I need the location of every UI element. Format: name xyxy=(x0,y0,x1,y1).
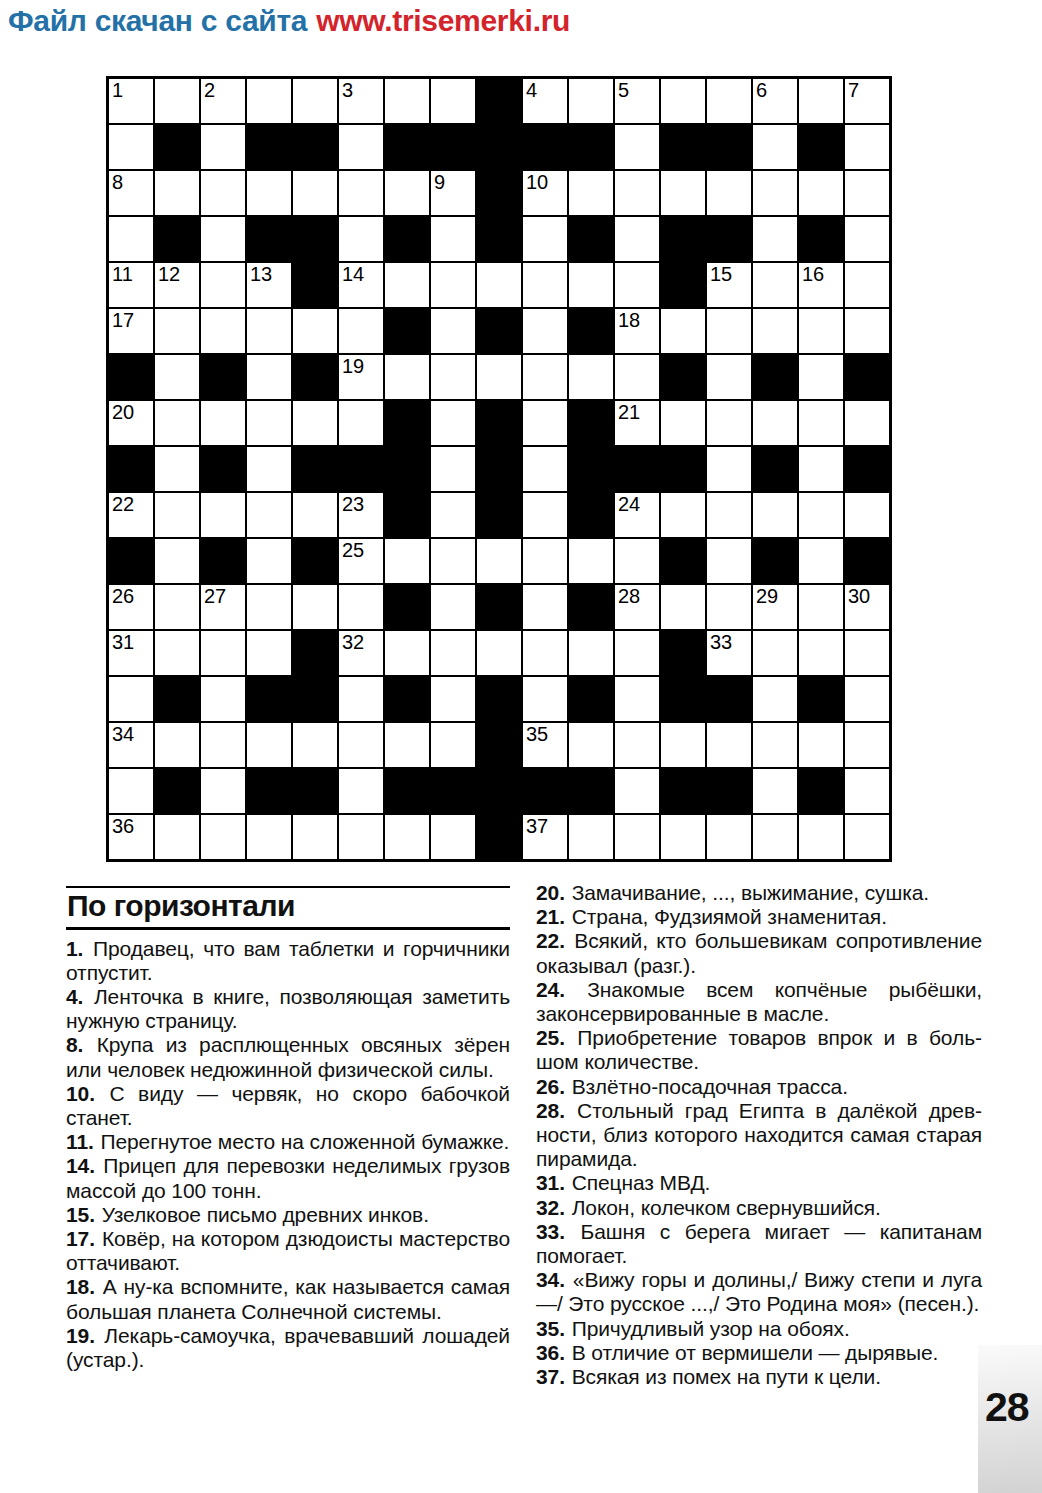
clue-number: 35. xyxy=(536,1317,566,1340)
white-cell[interactable]: 36 xyxy=(109,815,153,859)
white-cell[interactable] xyxy=(431,217,475,261)
black-cell xyxy=(569,585,613,629)
white-cell[interactable] xyxy=(845,493,889,537)
white-cell[interactable] xyxy=(661,585,705,629)
white-cell[interactable] xyxy=(707,815,751,859)
white-cell[interactable]: 22 xyxy=(109,493,153,537)
clue-11: 11. Перегнутое место на сложенной бу­маж… xyxy=(66,1130,510,1154)
black-cell xyxy=(569,769,613,813)
white-cell[interactable]: 20 xyxy=(109,401,153,445)
white-cell[interactable] xyxy=(339,815,383,859)
black-cell xyxy=(155,125,199,169)
white-cell[interactable]: 32 xyxy=(339,631,383,675)
white-cell[interactable]: 5 xyxy=(615,79,659,123)
white-cell[interactable] xyxy=(201,677,245,721)
white-cell[interactable] xyxy=(431,539,475,583)
white-cell[interactable] xyxy=(523,631,567,675)
clues-column-left: По горизонтали 1. Продавец, что вам табл… xyxy=(66,886,510,1372)
white-cell[interactable] xyxy=(293,815,337,859)
white-cell[interactable] xyxy=(753,493,797,537)
white-cell[interactable] xyxy=(293,585,337,629)
clue-35: 35. Причудливый узор на обоях. xyxy=(536,1317,982,1341)
white-cell[interactable]: 11 xyxy=(109,263,153,307)
black-cell xyxy=(569,125,613,169)
white-cell[interactable] xyxy=(523,447,567,491)
white-cell[interactable] xyxy=(523,493,567,537)
clue-number: 33. xyxy=(536,1220,566,1243)
white-cell[interactable] xyxy=(661,815,705,859)
white-cell[interactable] xyxy=(707,585,751,629)
cell-number: 12 xyxy=(158,264,180,284)
clue-36: 36. В отличие от вермишели — дырявые. xyxy=(536,1341,982,1365)
white-cell[interactable] xyxy=(523,263,567,307)
white-cell[interactable] xyxy=(753,723,797,767)
white-cell[interactable] xyxy=(201,171,245,215)
white-cell[interactable]: 4 xyxy=(523,79,567,123)
white-cell[interactable] xyxy=(661,79,705,123)
white-cell[interactable] xyxy=(385,815,429,859)
black-cell xyxy=(523,125,567,169)
white-cell[interactable] xyxy=(385,631,429,675)
cell-number: 15 xyxy=(710,264,732,284)
clue-33: 33. Башня с берега мигает — капитанам по… xyxy=(536,1220,982,1268)
white-cell[interactable] xyxy=(845,631,889,675)
white-cell[interactable] xyxy=(569,79,613,123)
white-cell[interactable] xyxy=(339,217,383,261)
black-cell xyxy=(477,493,521,537)
white-cell[interactable] xyxy=(339,401,383,445)
white-cell[interactable] xyxy=(247,171,291,215)
black-cell xyxy=(155,769,199,813)
white-cell[interactable] xyxy=(431,631,475,675)
white-cell[interactable] xyxy=(431,79,475,123)
white-cell[interactable] xyxy=(247,493,291,537)
black-cell xyxy=(845,355,889,399)
header-prefix-text: Файл скачан с сайта xyxy=(8,4,307,37)
white-cell[interactable] xyxy=(201,493,245,537)
white-cell[interactable] xyxy=(247,539,291,583)
white-cell[interactable] xyxy=(385,539,429,583)
clue-number: 17. xyxy=(66,1227,96,1250)
white-cell[interactable]: 19 xyxy=(339,355,383,399)
white-cell[interactable] xyxy=(615,723,659,767)
white-cell[interactable] xyxy=(293,723,337,767)
cell-number: 1 xyxy=(112,80,123,100)
white-cell[interactable] xyxy=(845,171,889,215)
white-cell[interactable]: 28 xyxy=(615,585,659,629)
white-cell[interactable] xyxy=(753,263,797,307)
clue-list-right: 20. Замачивание, ..., выжимание, сушка.2… xyxy=(536,881,982,1389)
white-cell[interactable]: 16 xyxy=(799,263,843,307)
white-cell[interactable] xyxy=(615,677,659,721)
white-cell[interactable] xyxy=(109,217,153,261)
white-cell[interactable] xyxy=(569,171,613,215)
white-cell[interactable] xyxy=(339,309,383,353)
white-cell[interactable]: 17 xyxy=(109,309,153,353)
white-cell[interactable]: 18 xyxy=(615,309,659,353)
clue-number: 28. xyxy=(536,1099,566,1122)
white-cell[interactable] xyxy=(799,309,843,353)
cell-number: 31 xyxy=(112,632,134,652)
black-cell xyxy=(293,263,337,307)
crossword-grid: 1234567891011121314151617181920212223242… xyxy=(106,76,892,862)
cell-number: 23 xyxy=(342,494,364,514)
cell-number: 33 xyxy=(710,632,732,652)
white-cell[interactable] xyxy=(431,401,475,445)
clue-number: 37. xyxy=(536,1365,566,1388)
clue-31: 31. Спецназ МВД. xyxy=(536,1171,982,1195)
clue-21: 21. Страна, Фудзиямой знаменитая. xyxy=(536,905,982,929)
white-cell[interactable] xyxy=(385,171,429,215)
clue-number: 24. xyxy=(536,978,566,1001)
white-cell[interactable] xyxy=(155,493,199,537)
white-cell[interactable] xyxy=(799,401,843,445)
black-cell xyxy=(615,447,659,491)
white-cell[interactable] xyxy=(569,723,613,767)
black-cell xyxy=(385,677,429,721)
black-cell xyxy=(293,125,337,169)
white-cell[interactable] xyxy=(799,355,843,399)
white-cell[interactable]: 23 xyxy=(339,493,383,537)
white-cell[interactable] xyxy=(431,493,475,537)
cell-number: 9 xyxy=(434,172,445,192)
white-cell[interactable] xyxy=(799,171,843,215)
cell-number: 16 xyxy=(802,264,824,284)
white-cell[interactable] xyxy=(155,171,199,215)
cell-number: 11 xyxy=(112,264,133,284)
black-cell xyxy=(477,79,521,123)
white-cell[interactable] xyxy=(707,447,751,491)
white-cell[interactable] xyxy=(477,355,521,399)
white-cell[interactable] xyxy=(615,355,659,399)
white-cell[interactable] xyxy=(523,677,567,721)
white-cell[interactable] xyxy=(293,171,337,215)
white-cell[interactable] xyxy=(661,401,705,445)
black-cell xyxy=(247,677,291,721)
white-cell[interactable] xyxy=(845,723,889,767)
white-cell[interactable] xyxy=(477,539,521,583)
white-cell[interactable] xyxy=(247,815,291,859)
white-cell[interactable] xyxy=(201,263,245,307)
white-cell[interactable] xyxy=(523,217,567,261)
white-cell[interactable] xyxy=(845,815,889,859)
white-cell[interactable] xyxy=(615,539,659,583)
black-cell xyxy=(477,447,521,491)
white-cell[interactable] xyxy=(247,309,291,353)
black-cell xyxy=(799,769,843,813)
cell-number: 21 xyxy=(618,402,640,422)
white-cell[interactable] xyxy=(707,723,751,767)
white-cell[interactable] xyxy=(293,401,337,445)
black-cell xyxy=(477,125,521,169)
black-cell xyxy=(247,217,291,261)
white-cell[interactable] xyxy=(615,263,659,307)
black-cell xyxy=(477,769,521,813)
black-cell xyxy=(661,263,705,307)
white-cell[interactable] xyxy=(753,217,797,261)
white-cell[interactable] xyxy=(247,355,291,399)
white-cell[interactable]: 24 xyxy=(615,493,659,537)
white-cell[interactable] xyxy=(845,769,889,813)
white-cell[interactable] xyxy=(615,815,659,859)
white-cell[interactable] xyxy=(615,171,659,215)
white-cell[interactable] xyxy=(339,585,383,629)
clue-number: 21. xyxy=(536,905,566,928)
white-cell[interactable] xyxy=(661,723,705,767)
white-cell[interactable] xyxy=(799,447,843,491)
cell-number: 24 xyxy=(618,494,640,514)
clue-number: 8. xyxy=(66,1033,84,1056)
white-cell[interactable] xyxy=(201,125,245,169)
white-cell[interactable] xyxy=(753,631,797,675)
black-cell xyxy=(799,125,843,169)
white-cell[interactable] xyxy=(799,539,843,583)
white-cell[interactable] xyxy=(477,263,521,307)
black-cell xyxy=(293,539,337,583)
white-cell[interactable] xyxy=(799,723,843,767)
white-cell[interactable]: 25 xyxy=(339,539,383,583)
clue-28: 28. Стольный град Египта в далёкой древ­… xyxy=(536,1099,982,1172)
white-cell[interactable] xyxy=(707,79,751,123)
white-cell[interactable] xyxy=(431,677,475,721)
white-cell[interactable] xyxy=(201,815,245,859)
white-cell[interactable] xyxy=(155,631,199,675)
white-cell[interactable] xyxy=(339,723,383,767)
white-cell[interactable]: 9 xyxy=(431,171,475,215)
black-cell xyxy=(201,447,245,491)
cell-number: 7 xyxy=(848,80,859,100)
white-cell[interactable] xyxy=(155,401,199,445)
white-cell[interactable] xyxy=(707,171,751,215)
black-cell xyxy=(707,769,751,813)
white-cell[interactable] xyxy=(247,79,291,123)
black-cell xyxy=(523,769,567,813)
white-cell[interactable]: 13 xyxy=(247,263,291,307)
white-cell[interactable] xyxy=(431,263,475,307)
white-cell[interactable] xyxy=(753,171,797,215)
white-cell[interactable] xyxy=(385,355,429,399)
white-cell[interactable] xyxy=(339,171,383,215)
white-cell[interactable] xyxy=(799,79,843,123)
clue-number: 36. xyxy=(536,1341,566,1364)
white-cell[interactable] xyxy=(615,217,659,261)
white-cell[interactable] xyxy=(707,401,751,445)
white-cell[interactable] xyxy=(385,263,429,307)
black-cell xyxy=(799,217,843,261)
white-cell[interactable] xyxy=(339,677,383,721)
white-cell[interactable] xyxy=(247,723,291,767)
white-cell[interactable] xyxy=(155,447,199,491)
white-cell[interactable]: 31 xyxy=(109,631,153,675)
white-cell[interactable] xyxy=(247,631,291,675)
black-cell xyxy=(201,539,245,583)
white-cell[interactable] xyxy=(799,631,843,675)
white-cell[interactable] xyxy=(201,309,245,353)
white-cell[interactable] xyxy=(293,309,337,353)
white-cell[interactable] xyxy=(339,125,383,169)
white-cell[interactable]: 26 xyxy=(109,585,153,629)
white-cell[interactable] xyxy=(477,631,521,675)
white-cell[interactable] xyxy=(155,79,199,123)
white-cell[interactable]: 8 xyxy=(109,171,153,215)
white-cell[interactable] xyxy=(799,493,843,537)
white-cell[interactable] xyxy=(753,401,797,445)
white-cell[interactable] xyxy=(431,815,475,859)
white-cell[interactable] xyxy=(109,677,153,721)
clue-25: 25. Приобретение товаров впрок и в боль­… xyxy=(536,1026,982,1074)
white-cell[interactable] xyxy=(661,309,705,353)
cell-number: 20 xyxy=(112,402,134,422)
white-cell[interactable]: 2 xyxy=(201,79,245,123)
white-cell[interactable] xyxy=(293,79,337,123)
black-cell xyxy=(477,723,521,767)
white-cell[interactable] xyxy=(431,355,475,399)
white-cell[interactable] xyxy=(155,723,199,767)
white-cell[interactable] xyxy=(247,401,291,445)
white-cell[interactable] xyxy=(799,815,843,859)
clue-number: 11. xyxy=(66,1130,95,1153)
white-cell[interactable] xyxy=(707,355,751,399)
white-cell[interactable] xyxy=(293,493,337,537)
clue-19: 19. Лекарь-самоучка, врачевавший лоша­де… xyxy=(66,1324,510,1372)
white-cell[interactable] xyxy=(339,769,383,813)
cell-number: 6 xyxy=(756,80,767,100)
clues-heading: По горизонтали xyxy=(67,890,510,922)
clue-number: 19. xyxy=(66,1324,96,1347)
white-cell[interactable] xyxy=(845,309,889,353)
cell-number: 5 xyxy=(618,80,629,100)
white-cell[interactable] xyxy=(753,309,797,353)
black-cell xyxy=(569,309,613,353)
white-cell[interactable]: 14 xyxy=(339,263,383,307)
black-cell xyxy=(385,447,429,491)
clue-14: 14. Прицеп для перевозки неделимых гру­з… xyxy=(66,1154,510,1202)
white-cell[interactable]: 6 xyxy=(753,79,797,123)
black-cell xyxy=(109,539,153,583)
white-cell[interactable]: 15 xyxy=(707,263,751,307)
white-cell[interactable] xyxy=(661,493,705,537)
white-cell[interactable] xyxy=(385,723,429,767)
header-site-link[interactable]: www.trisemerki.ru xyxy=(316,4,570,37)
white-cell[interactable] xyxy=(201,631,245,675)
white-cell[interactable]: 37 xyxy=(523,815,567,859)
white-cell[interactable]: 30 xyxy=(845,585,889,629)
black-cell xyxy=(477,585,521,629)
black-cell xyxy=(477,815,521,859)
white-cell[interactable] xyxy=(155,309,199,353)
black-cell xyxy=(293,217,337,261)
white-cell[interactable] xyxy=(201,769,245,813)
white-cell[interactable] xyxy=(845,401,889,445)
white-cell[interactable] xyxy=(155,355,199,399)
white-cell[interactable] xyxy=(569,355,613,399)
white-cell[interactable]: 3 xyxy=(339,79,383,123)
white-cell[interactable] xyxy=(385,79,429,123)
white-cell[interactable] xyxy=(799,585,843,629)
clue-20: 20. Замачивание, ..., выжимание, сушка. xyxy=(536,881,982,905)
clue-number: 32. xyxy=(536,1196,566,1219)
white-cell[interactable] xyxy=(523,401,567,445)
white-cell[interactable] xyxy=(431,723,475,767)
white-cell[interactable]: 21 xyxy=(615,401,659,445)
white-cell[interactable]: 1 xyxy=(109,79,153,123)
white-cell[interactable]: 34 xyxy=(109,723,153,767)
cell-number: 37 xyxy=(526,816,548,836)
black-cell xyxy=(569,677,613,721)
white-cell[interactable] xyxy=(569,631,613,675)
white-cell[interactable] xyxy=(707,493,751,537)
cell-number: 30 xyxy=(848,586,870,606)
white-cell[interactable] xyxy=(615,125,659,169)
cell-number: 18 xyxy=(618,310,640,330)
white-cell[interactable] xyxy=(247,447,291,491)
white-cell[interactable] xyxy=(523,355,567,399)
white-cell[interactable] xyxy=(845,217,889,261)
white-cell[interactable] xyxy=(109,125,153,169)
white-cell[interactable] xyxy=(155,585,199,629)
white-cell[interactable] xyxy=(431,585,475,629)
white-cell[interactable] xyxy=(247,585,291,629)
black-cell xyxy=(293,447,337,491)
white-cell[interactable] xyxy=(201,401,245,445)
white-cell[interactable] xyxy=(201,217,245,261)
white-cell[interactable]: 29 xyxy=(753,585,797,629)
white-cell[interactable] xyxy=(569,815,613,859)
white-cell[interactable]: 7 xyxy=(845,79,889,123)
white-cell[interactable] xyxy=(431,309,475,353)
white-cell[interactable] xyxy=(569,539,613,583)
white-cell[interactable] xyxy=(753,769,797,813)
white-cell[interactable] xyxy=(155,539,199,583)
white-cell[interactable] xyxy=(845,263,889,307)
white-cell[interactable] xyxy=(753,125,797,169)
clue-17: 17. Ковёр, на котором дзюдоисты мас­терс… xyxy=(66,1227,510,1275)
page-number: 28 xyxy=(985,1384,1029,1431)
black-cell xyxy=(385,401,429,445)
white-cell[interactable] xyxy=(615,769,659,813)
clue-number: 20. xyxy=(536,881,566,904)
white-cell[interactable] xyxy=(569,263,613,307)
white-cell[interactable] xyxy=(523,585,567,629)
white-cell[interactable] xyxy=(845,125,889,169)
white-cell[interactable] xyxy=(753,677,797,721)
white-cell[interactable] xyxy=(661,171,705,215)
white-cell[interactable] xyxy=(753,815,797,859)
white-cell[interactable]: 12 xyxy=(155,263,199,307)
white-cell[interactable]: 33 xyxy=(707,631,751,675)
white-cell[interactable] xyxy=(707,309,751,353)
cell-number: 34 xyxy=(112,724,134,744)
white-cell[interactable]: 27 xyxy=(201,585,245,629)
white-cell[interactable] xyxy=(431,447,475,491)
black-cell xyxy=(385,125,429,169)
white-cell[interactable] xyxy=(523,539,567,583)
white-cell[interactable] xyxy=(523,309,567,353)
cell-number: 17 xyxy=(112,310,134,330)
white-cell[interactable]: 35 xyxy=(523,723,567,767)
clue-list-left: 1. Продавец, что вам таблетки и горчич­н… xyxy=(66,937,510,1373)
white-cell[interactable] xyxy=(155,815,199,859)
white-cell[interactable] xyxy=(707,539,751,583)
black-cell xyxy=(753,447,797,491)
white-cell[interactable] xyxy=(201,723,245,767)
black-cell xyxy=(661,539,705,583)
white-cell[interactable]: 10 xyxy=(523,171,567,215)
white-cell[interactable] xyxy=(615,631,659,675)
black-cell xyxy=(661,355,705,399)
white-cell[interactable] xyxy=(845,677,889,721)
white-cell[interactable] xyxy=(109,769,153,813)
